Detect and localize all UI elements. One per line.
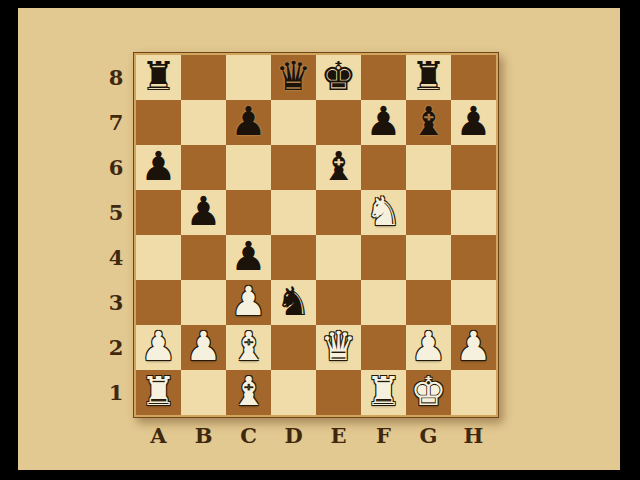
square-c7[interactable]: ♟: [226, 100, 271, 145]
piece-black-pawn: ♟: [141, 144, 177, 189]
square-d7[interactable]: [271, 100, 316, 145]
square-d3[interactable]: ♞: [271, 280, 316, 325]
square-e8[interactable]: ♚: [316, 55, 361, 100]
rank-label-2: 2: [102, 325, 130, 370]
square-f1[interactable]: ♜: [361, 370, 406, 415]
piece-white-pawn: ♟: [231, 279, 267, 324]
square-c6[interactable]: [226, 145, 271, 190]
file-label-e: E: [316, 422, 361, 448]
piece-black-bishop: ♝: [321, 144, 357, 189]
piece-white-rook: ♜: [366, 369, 402, 414]
square-f7[interactable]: ♟: [361, 100, 406, 145]
square-d6[interactable]: [271, 145, 316, 190]
file-label-f: F: [361, 422, 406, 448]
rank-label-5: 5: [102, 190, 130, 235]
piece-white-bishop: ♝: [231, 369, 267, 414]
piece-white-pawn: ♟: [456, 324, 492, 369]
square-b3[interactable]: [181, 280, 226, 325]
square-h2[interactable]: ♟: [451, 325, 496, 370]
piece-white-pawn: ♟: [141, 324, 177, 369]
square-c5[interactable]: [226, 190, 271, 235]
square-a4[interactable]: [136, 235, 181, 280]
square-c2[interactable]: ♝: [226, 325, 271, 370]
square-f3[interactable]: [361, 280, 406, 325]
piece-white-knight: ♞: [366, 189, 402, 234]
square-d2[interactable]: [271, 325, 316, 370]
file-label-h: H: [451, 422, 496, 448]
board-frame: ♜♛♚♜♟♟♝♟♟♝♟♞♟♟♞♟♟♝♛♟♟♜♝♜♚: [133, 52, 499, 418]
square-f4[interactable]: [361, 235, 406, 280]
square-g6[interactable]: [406, 145, 451, 190]
square-c1[interactable]: ♝: [226, 370, 271, 415]
square-d4[interactable]: [271, 235, 316, 280]
square-b6[interactable]: [181, 145, 226, 190]
piece-black-bishop: ♝: [411, 99, 447, 144]
square-d1[interactable]: [271, 370, 316, 415]
square-h8[interactable]: [451, 55, 496, 100]
square-a5[interactable]: [136, 190, 181, 235]
piece-black-queen: ♛: [276, 54, 312, 99]
piece-black-pawn: ♟: [231, 234, 267, 279]
square-b8[interactable]: [181, 55, 226, 100]
square-f2[interactable]: [361, 325, 406, 370]
square-b4[interactable]: [181, 235, 226, 280]
chess-board: ♜♛♚♜♟♟♝♟♟♝♟♞♟♟♞♟♟♝♛♟♟♜♝♜♚: [136, 55, 496, 415]
piece-black-pawn: ♟: [186, 189, 222, 234]
square-e7[interactable]: [316, 100, 361, 145]
square-g5[interactable]: [406, 190, 451, 235]
rank-label-1: 1: [102, 370, 130, 415]
square-a3[interactable]: [136, 280, 181, 325]
piece-white-king: ♚: [411, 369, 447, 414]
piece-white-pawn: ♟: [186, 324, 222, 369]
square-e1[interactable]: [316, 370, 361, 415]
file-label-g: G: [406, 422, 451, 448]
piece-black-knight: ♞: [276, 279, 312, 324]
square-b2[interactable]: ♟: [181, 325, 226, 370]
rank-label-3: 3: [102, 280, 130, 325]
square-e4[interactable]: [316, 235, 361, 280]
piece-black-pawn: ♟: [456, 99, 492, 144]
square-e5[interactable]: [316, 190, 361, 235]
file-label-c: C: [226, 422, 271, 448]
square-b7[interactable]: [181, 100, 226, 145]
square-a1[interactable]: ♜: [136, 370, 181, 415]
square-g4[interactable]: [406, 235, 451, 280]
square-h3[interactable]: [451, 280, 496, 325]
square-e6[interactable]: ♝: [316, 145, 361, 190]
square-f6[interactable]: [361, 145, 406, 190]
square-a2[interactable]: ♟: [136, 325, 181, 370]
video-frame: 87654321 ♜♛♚♜♟♟♝♟♟♝♟♞♟♟♞♟♟♝♛♟♟♜♝♜♚ ABCDE…: [0, 0, 640, 480]
rank-label-6: 6: [102, 145, 130, 190]
square-e2[interactable]: ♛: [316, 325, 361, 370]
piece-black-pawn: ♟: [231, 99, 267, 144]
square-b1[interactable]: [181, 370, 226, 415]
square-h4[interactable]: [451, 235, 496, 280]
file-labels: ABCDEFGH: [136, 422, 496, 448]
square-h1[interactable]: [451, 370, 496, 415]
square-g7[interactable]: ♝: [406, 100, 451, 145]
square-g8[interactable]: ♜: [406, 55, 451, 100]
piece-black-king: ♚: [321, 54, 357, 99]
square-d5[interactable]: [271, 190, 316, 235]
rank-label-8: 8: [102, 55, 130, 100]
piece-black-rook: ♜: [141, 54, 177, 99]
square-a7[interactable]: [136, 100, 181, 145]
piece-white-bishop: ♝: [231, 324, 267, 369]
square-c4[interactable]: ♟: [226, 235, 271, 280]
square-g2[interactable]: ♟: [406, 325, 451, 370]
square-h5[interactable]: [451, 190, 496, 235]
square-g3[interactable]: [406, 280, 451, 325]
square-g1[interactable]: ♚: [406, 370, 451, 415]
piece-black-pawn: ♟: [366, 99, 402, 144]
square-c8[interactable]: [226, 55, 271, 100]
piece-black-rook: ♜: [411, 54, 447, 99]
piece-white-pawn: ♟: [411, 324, 447, 369]
file-label-b: B: [181, 422, 226, 448]
square-f8[interactable]: [361, 55, 406, 100]
square-h6[interactable]: [451, 145, 496, 190]
square-h7[interactable]: ♟: [451, 100, 496, 145]
piece-white-queen: ♛: [321, 324, 357, 369]
file-label-a: A: [136, 422, 181, 448]
square-c3[interactable]: ♟: [226, 280, 271, 325]
rank-label-7: 7: [102, 100, 130, 145]
piece-white-rook: ♜: [141, 369, 177, 414]
file-label-d: D: [271, 422, 316, 448]
square-a8[interactable]: ♜: [136, 55, 181, 100]
square-a6[interactable]: ♟: [136, 145, 181, 190]
rank-label-4: 4: [102, 235, 130, 280]
square-f5[interactable]: ♞: [361, 190, 406, 235]
square-b5[interactable]: ♟: [181, 190, 226, 235]
rank-labels: 87654321: [102, 55, 130, 415]
square-e3[interactable]: [316, 280, 361, 325]
square-d8[interactable]: ♛: [271, 55, 316, 100]
